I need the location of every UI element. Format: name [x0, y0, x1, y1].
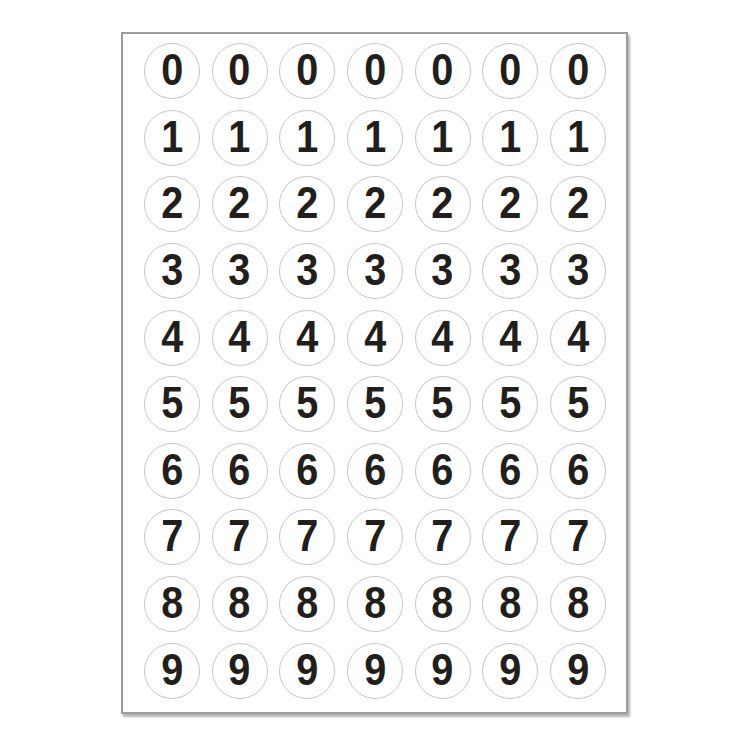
number-sticker: 3 [482, 243, 538, 299]
sticker-grid: 0000000111111122222223333333444444455555… [123, 34, 626, 712]
sticker-digit: 0 [432, 48, 454, 92]
number-sticker: 4 [144, 310, 200, 366]
sticker-digit: 4 [432, 315, 454, 359]
grid-cell: 9 [273, 637, 341, 704]
sticker-digit: 9 [432, 648, 454, 692]
grid-cell: 9 [206, 637, 274, 704]
grid-cell: 8 [544, 571, 612, 638]
number-sticker: 7 [212, 509, 268, 565]
sticker-digit: 9 [567, 648, 589, 692]
number-sticker: 0 [482, 43, 538, 99]
grid-cell: 0 [273, 38, 341, 105]
number-sticker: 8 [415, 576, 471, 632]
sticker-digit: 7 [364, 514, 386, 558]
grid-cell: 6 [206, 438, 274, 505]
number-sticker: 8 [482, 576, 538, 632]
number-sticker: 3 [144, 243, 200, 299]
grid-cell: 2 [409, 171, 477, 238]
number-sticker: 5 [279, 376, 335, 432]
number-sticker: 9 [279, 643, 335, 699]
sticker-digit: 1 [432, 115, 454, 159]
number-sticker: 1 [347, 110, 403, 166]
grid-cell: 0 [138, 38, 206, 105]
grid-cell: 8 [341, 571, 409, 638]
sticker-digit: 3 [364, 248, 386, 292]
grid-cell: 0 [477, 38, 545, 105]
sticker-digit: 2 [296, 181, 318, 225]
number-sticker: 3 [347, 243, 403, 299]
sticker-digit: 7 [296, 514, 318, 558]
sticker-digit: 0 [499, 48, 521, 92]
number-sticker: 1 [279, 110, 335, 166]
number-sticker: 3 [550, 243, 606, 299]
grid-cell: 9 [477, 637, 545, 704]
grid-cell: 9 [409, 637, 477, 704]
grid-cell: 9 [138, 637, 206, 704]
number-sticker: 2 [279, 176, 335, 232]
sticker-digit: 8 [567, 581, 589, 625]
number-sticker: 9 [482, 643, 538, 699]
number-sticker: 4 [212, 310, 268, 366]
number-sticker: 2 [550, 176, 606, 232]
sticker-digit: 0 [567, 48, 589, 92]
number-sticker: 4 [279, 310, 335, 366]
number-sticker: 1 [212, 110, 268, 166]
number-sticker: 1 [550, 110, 606, 166]
grid-cell: 2 [477, 171, 545, 238]
grid-cell: 4 [477, 304, 545, 371]
number-sticker: 9 [144, 643, 200, 699]
grid-cell: 7 [544, 504, 612, 571]
sticker-digit: 6 [296, 448, 318, 492]
sticker-digit: 6 [229, 448, 251, 492]
number-sticker: 8 [550, 576, 606, 632]
sticker-digit: 8 [161, 581, 183, 625]
sticker-digit: 6 [161, 448, 183, 492]
sticker-digit: 6 [364, 448, 386, 492]
sticker-digit: 2 [499, 181, 521, 225]
sticker-digit: 3 [567, 248, 589, 292]
grid-cell: 4 [341, 304, 409, 371]
sticker-digit: 4 [229, 315, 251, 359]
grid-cell: 7 [477, 504, 545, 571]
grid-cell: 8 [477, 571, 545, 638]
grid-cell: 3 [138, 238, 206, 305]
sticker-digit: 7 [499, 514, 521, 558]
number-sticker: 0 [144, 43, 200, 99]
sticker-digit: 0 [161, 48, 183, 92]
grid-cell: 3 [544, 238, 612, 305]
sticker-digit: 9 [364, 648, 386, 692]
number-sticker: 6 [550, 443, 606, 499]
sticker-digit: 5 [296, 381, 318, 425]
number-sticker: 3 [279, 243, 335, 299]
number-sticker: 0 [212, 43, 268, 99]
number-sticker: 7 [415, 509, 471, 565]
grid-cell: 2 [273, 171, 341, 238]
sticker-digit: 5 [229, 381, 251, 425]
grid-cell: 5 [206, 371, 274, 438]
sticker-digit: 4 [296, 315, 318, 359]
grid-cell: 7 [409, 504, 477, 571]
number-sticker: 6 [279, 443, 335, 499]
number-sticker: 9 [347, 643, 403, 699]
sticker-digit: 5 [567, 381, 589, 425]
sticker-digit: 2 [229, 181, 251, 225]
number-sticker: 7 [482, 509, 538, 565]
sticker-digit: 3 [499, 248, 521, 292]
sticker-digit: 0 [229, 48, 251, 92]
number-sticker: 0 [550, 43, 606, 99]
number-sticker: 5 [415, 376, 471, 432]
number-sticker: 2 [212, 176, 268, 232]
grid-cell: 6 [138, 438, 206, 505]
grid-cell: 1 [138, 105, 206, 172]
number-sticker: 5 [144, 376, 200, 432]
number-sticker: 2 [482, 176, 538, 232]
grid-cell: 3 [206, 238, 274, 305]
grid-cell: 0 [409, 38, 477, 105]
sticker-digit: 7 [161, 514, 183, 558]
sticker-digit: 2 [567, 181, 589, 225]
grid-cell: 9 [544, 637, 612, 704]
grid-cell: 5 [138, 371, 206, 438]
grid-cell: 8 [409, 571, 477, 638]
grid-cell: 1 [206, 105, 274, 172]
number-sticker: 0 [415, 43, 471, 99]
number-sticker: 6 [415, 443, 471, 499]
sticker-digit: 8 [229, 581, 251, 625]
number-sticker: 6 [212, 443, 268, 499]
sticker-digit: 2 [432, 181, 454, 225]
grid-cell: 0 [206, 38, 274, 105]
grid-cell: 9 [341, 637, 409, 704]
sticker-digit: 6 [567, 448, 589, 492]
number-sticker: 5 [347, 376, 403, 432]
number-sticker: 4 [347, 310, 403, 366]
grid-cell: 7 [206, 504, 274, 571]
grid-cell: 7 [273, 504, 341, 571]
grid-cell: 8 [138, 571, 206, 638]
sticker-digit: 1 [161, 115, 183, 159]
sticker-digit: 4 [499, 315, 521, 359]
grid-cell: 1 [273, 105, 341, 172]
number-sticker: 1 [415, 110, 471, 166]
sticker-digit: 9 [499, 648, 521, 692]
grid-cell: 4 [544, 304, 612, 371]
grid-cell: 3 [409, 238, 477, 305]
number-sticker: 8 [212, 576, 268, 632]
grid-cell: 5 [477, 371, 545, 438]
grid-cell: 1 [544, 105, 612, 172]
grid-cell: 2 [544, 171, 612, 238]
grid-cell: 3 [477, 238, 545, 305]
grid-cell: 5 [409, 371, 477, 438]
sticker-digit: 9 [161, 648, 183, 692]
sticker-digit: 2 [364, 181, 386, 225]
sticker-digit: 1 [499, 115, 521, 159]
sticker-digit: 4 [161, 315, 183, 359]
number-sticker: 0 [347, 43, 403, 99]
grid-cell: 2 [341, 171, 409, 238]
number-sticker: 9 [212, 643, 268, 699]
number-sticker: 6 [347, 443, 403, 499]
number-sticker: 2 [144, 176, 200, 232]
sticker-digit: 7 [567, 514, 589, 558]
grid-cell: 4 [206, 304, 274, 371]
sticker-digit: 6 [499, 448, 521, 492]
sticker-digit: 3 [161, 248, 183, 292]
sticker-digit: 8 [432, 581, 454, 625]
number-sticker: 3 [415, 243, 471, 299]
page-background: 0000000111111122222223333333444444455555… [0, 0, 750, 750]
sticker-digit: 1 [364, 115, 386, 159]
grid-cell: 0 [544, 38, 612, 105]
number-sticker: 5 [482, 376, 538, 432]
sticker-digit: 3 [296, 248, 318, 292]
sticker-digit: 0 [364, 48, 386, 92]
grid-cell: 0 [341, 38, 409, 105]
sticker-digit: 5 [499, 381, 521, 425]
sticker-digit: 9 [296, 648, 318, 692]
grid-cell: 6 [273, 438, 341, 505]
number-sticker: 0 [279, 43, 335, 99]
grid-cell: 6 [341, 438, 409, 505]
sticker-digit: 3 [229, 248, 251, 292]
number-sticker: 7 [144, 509, 200, 565]
grid-cell: 8 [206, 571, 274, 638]
sticker-digit: 4 [364, 315, 386, 359]
number-sticker: 5 [550, 376, 606, 432]
grid-cell: 5 [341, 371, 409, 438]
number-sticker: 1 [144, 110, 200, 166]
grid-cell: 5 [273, 371, 341, 438]
sticker-digit: 4 [567, 315, 589, 359]
number-sticker: 7 [347, 509, 403, 565]
grid-cell: 2 [206, 171, 274, 238]
sticker-digit: 0 [296, 48, 318, 92]
sticker-digit: 1 [229, 115, 251, 159]
number-sticker: 7 [279, 509, 335, 565]
grid-cell: 1 [341, 105, 409, 172]
number-sticker: 9 [415, 643, 471, 699]
grid-cell: 4 [273, 304, 341, 371]
number-sticker: 8 [347, 576, 403, 632]
grid-cell: 7 [341, 504, 409, 571]
number-sticker: 9 [550, 643, 606, 699]
sticker-digit: 5 [432, 381, 454, 425]
grid-cell: 8 [273, 571, 341, 638]
number-sticker: 6 [482, 443, 538, 499]
grid-cell: 6 [477, 438, 545, 505]
sticker-digit: 7 [432, 514, 454, 558]
grid-cell: 2 [138, 171, 206, 238]
grid-cell: 5 [544, 371, 612, 438]
sticker-digit: 7 [229, 514, 251, 558]
number-sticker: 1 [482, 110, 538, 166]
sticker-digit: 8 [364, 581, 386, 625]
grid-cell: 1 [409, 105, 477, 172]
sticker-digit: 1 [567, 115, 589, 159]
sticker-digit: 5 [161, 381, 183, 425]
sticker-digit: 5 [364, 381, 386, 425]
number-sticker: 8 [279, 576, 335, 632]
sticker-digit: 3 [432, 248, 454, 292]
grid-cell: 4 [409, 304, 477, 371]
grid-cell: 7 [138, 504, 206, 571]
sticker-digit: 8 [499, 581, 521, 625]
number-sticker: 8 [144, 576, 200, 632]
sticker-sheet: 0000000111111122222223333333444444455555… [121, 32, 628, 714]
number-sticker: 4 [415, 310, 471, 366]
number-sticker: 3 [212, 243, 268, 299]
grid-cell: 6 [409, 438, 477, 505]
grid-cell: 4 [138, 304, 206, 371]
number-sticker: 2 [347, 176, 403, 232]
sticker-digit: 9 [229, 648, 251, 692]
number-sticker: 5 [212, 376, 268, 432]
sticker-digit: 8 [296, 581, 318, 625]
grid-cell: 3 [273, 238, 341, 305]
number-sticker: 7 [550, 509, 606, 565]
number-sticker: 2 [415, 176, 471, 232]
sticker-digit: 1 [296, 115, 318, 159]
number-sticker: 4 [482, 310, 538, 366]
sticker-digit: 2 [161, 181, 183, 225]
grid-cell: 1 [477, 105, 545, 172]
grid-cell: 3 [341, 238, 409, 305]
grid-cell: 6 [544, 438, 612, 505]
number-sticker: 4 [550, 310, 606, 366]
sticker-digit: 6 [432, 448, 454, 492]
number-sticker: 6 [144, 443, 200, 499]
